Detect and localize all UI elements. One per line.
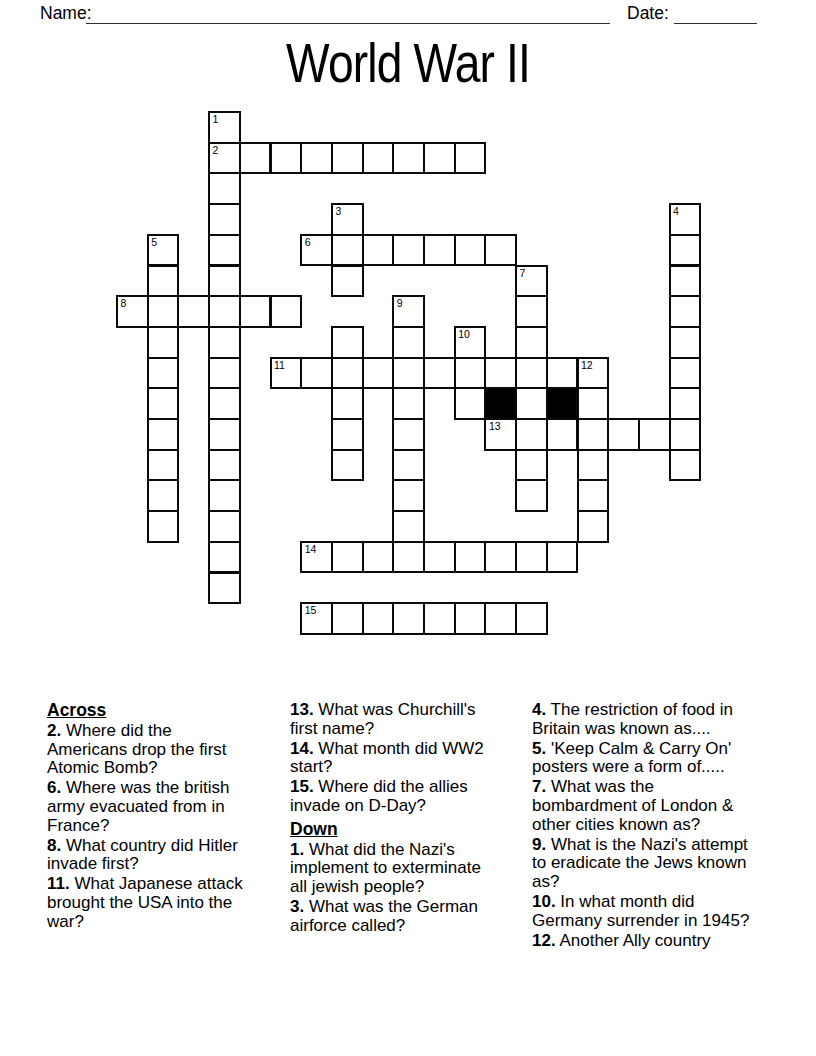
- cell-r4c12[interactable]: [484, 234, 517, 267]
- cell-r8c3[interactable]: [208, 357, 241, 390]
- cell-r5c1[interactable]: [147, 265, 180, 298]
- cell-r7c11[interactable]: 10: [454, 326, 487, 359]
- cell-r16c11[interactable]: [454, 602, 487, 635]
- cell-r8c18[interactable]: [669, 357, 702, 390]
- cell-r4c3[interactable]: [208, 234, 241, 267]
- clue-number: 14.: [290, 739, 314, 758]
- clue-text: The restriction of food in Britain was k…: [532, 700, 733, 738]
- cell-r10c16[interactable]: [607, 418, 640, 451]
- clue-text: What was Churchill's first name?: [290, 700, 476, 738]
- cell-r3c18[interactable]: 4: [669, 203, 702, 236]
- cell-r4c18[interactable]: [669, 234, 702, 267]
- cell-r7c7[interactable]: [331, 326, 364, 359]
- cell-r10c1[interactable]: [147, 418, 180, 451]
- cell-r12c1[interactable]: [147, 479, 180, 512]
- cell-number-14: 14: [305, 543, 317, 556]
- cell-r4c9[interactable]: [392, 234, 425, 267]
- name-fill-line[interactable]: [86, 23, 610, 24]
- cell-r8c10[interactable]: [423, 357, 456, 390]
- cell-r6c5[interactable]: [270, 295, 303, 328]
- clue-13: 13. What was Churchill's first name?: [290, 701, 502, 738]
- clue-column-1: Across2. Where did the Americans drop th…: [47, 701, 249, 933]
- cell-r11c13[interactable]: [515, 449, 548, 482]
- clue-text: What was the German airforce called?: [290, 897, 478, 935]
- cell-r1c10[interactable]: [423, 142, 456, 175]
- clues-header-across: Across: [47, 701, 249, 720]
- clue-column-2: 13. What was Churchill's first name?14. …: [290, 701, 502, 937]
- clue-15: 15. Where did the allies invade on D-Day…: [290, 778, 502, 815]
- cell-r4c11[interactable]: [454, 234, 487, 267]
- cell-r8c1[interactable]: [147, 357, 180, 390]
- cell-number-7: 7: [520, 267, 526, 280]
- cell-r1c4[interactable]: [239, 142, 272, 175]
- clue-text: In what month did Germany surrender in 1…: [532, 892, 749, 930]
- cell-r6c9[interactable]: 9: [392, 295, 425, 328]
- cell-r8c15[interactable]: 12: [577, 357, 610, 390]
- clue-column-3: 4. The restriction of food in Britain wa…: [532, 701, 754, 952]
- cell-r14c12[interactable]: [484, 541, 517, 574]
- clue-14: 14. What month did WW2 start?: [290, 740, 502, 777]
- cell-r1c6[interactable]: [300, 142, 333, 175]
- cell-r7c18[interactable]: [669, 326, 702, 359]
- clue-number: 8.: [47, 836, 61, 855]
- cell-r8c14[interactable]: [546, 357, 579, 390]
- clue-text: What was the bombardment of London & oth…: [532, 777, 733, 833]
- clue-text: Another Ally country: [556, 931, 711, 950]
- cell-r10c7[interactable]: [331, 418, 364, 451]
- cell-number-12: 12: [581, 359, 593, 372]
- cell-r8c13[interactable]: [515, 357, 548, 390]
- cell-r5c7[interactable]: [331, 265, 364, 298]
- black-cell-r9c12: [484, 387, 517, 420]
- clue-text: 'Keep Calm & Carry On' posters were a fo…: [532, 739, 731, 777]
- clue-number: 13.: [290, 700, 314, 719]
- name-label: Name:: [40, 3, 92, 24]
- cell-number-3: 3: [335, 205, 341, 218]
- cell-r3c7[interactable]: 3: [331, 203, 364, 236]
- cell-number-5: 5: [151, 236, 157, 249]
- cell-r9c11[interactable]: [454, 387, 487, 420]
- cell-r14c11[interactable]: [454, 541, 487, 574]
- cell-r9c9[interactable]: [392, 387, 425, 420]
- cell-number-9: 9: [397, 297, 403, 310]
- cell-r5c13[interactable]: 7: [515, 265, 548, 298]
- cell-number-13: 13: [489, 420, 501, 433]
- clue-3: 3. What was the German airforce called?: [290, 898, 502, 935]
- cell-number-8: 8: [121, 297, 127, 310]
- cell-r10c17[interactable]: [638, 418, 671, 451]
- cell-r1c5[interactable]: [270, 142, 303, 175]
- cell-r10c12[interactable]: 13: [484, 418, 517, 451]
- clue-number: 7.: [532, 777, 546, 796]
- cell-r16c10[interactable]: [423, 602, 456, 635]
- clue-number: 3.: [290, 897, 304, 916]
- clue-number: 5.: [532, 739, 546, 758]
- clue-text: Where was the british army evacuated fro…: [47, 778, 229, 834]
- clue-number: 9.: [532, 835, 546, 854]
- cell-r16c13[interactable]: [515, 602, 548, 635]
- clue-number: 6.: [47, 778, 61, 797]
- cell-r15c3[interactable]: [208, 572, 241, 605]
- cell-r9c1[interactable]: [147, 387, 180, 420]
- cell-r6c13[interactable]: [515, 295, 548, 328]
- cell-r7c9[interactable]: [392, 326, 425, 359]
- cell-r13c9[interactable]: [392, 510, 425, 543]
- cell-r16c12[interactable]: [484, 602, 517, 635]
- cell-r1c7[interactable]: [331, 142, 364, 175]
- clue-number: 11.: [47, 874, 70, 893]
- cell-r14c7[interactable]: [331, 541, 364, 574]
- cell-number-4: 4: [673, 205, 679, 218]
- cell-r12c3[interactable]: [208, 479, 241, 512]
- cell-r4c10[interactable]: [423, 234, 456, 267]
- cell-r8c9[interactable]: [392, 357, 425, 390]
- cell-r10c9[interactable]: [392, 418, 425, 451]
- cell-r5c3[interactable]: [208, 265, 241, 298]
- cell-r12c15[interactable]: [577, 479, 610, 512]
- cell-r16c8[interactable]: [362, 602, 395, 635]
- clue-text: Where did the Americans drop the first A…: [47, 721, 227, 777]
- cell-r11c3[interactable]: [208, 449, 241, 482]
- clue-8: 8. What country did Hitler invade first?: [47, 837, 249, 874]
- cell-r10c18[interactable]: [669, 418, 702, 451]
- cell-r8c12[interactable]: [484, 357, 517, 390]
- cell-r7c3[interactable]: [208, 326, 241, 359]
- cell-r12c9[interactable]: [392, 479, 425, 512]
- clue-1: 1. What did the Nazi's implement to exte…: [290, 841, 502, 897]
- cell-r13c1[interactable]: [147, 510, 180, 543]
- clue-10: 10. In what month did Germany surrender …: [532, 893, 754, 930]
- cell-r13c15[interactable]: [577, 510, 610, 543]
- clue-text: What is the Nazi's attempt to eradicate …: [532, 835, 748, 891]
- clue-text: What Japanese attack brought the USA int…: [47, 874, 243, 930]
- cell-number-6: 6: [305, 236, 311, 249]
- cell-r16c6[interactable]: 15: [300, 602, 333, 635]
- cell-r9c3[interactable]: [208, 387, 241, 420]
- cell-r7c13[interactable]: [515, 326, 548, 359]
- clue-9: 9. What is the Nazi's attempt to eradica…: [532, 836, 754, 892]
- clue-number: 4.: [532, 700, 546, 719]
- cell-r14c9[interactable]: [392, 541, 425, 574]
- cell-r11c7[interactable]: [331, 449, 364, 482]
- clue-number: 10.: [532, 892, 556, 911]
- cell-r8c11[interactable]: [454, 357, 487, 390]
- cell-r14c13[interactable]: [515, 541, 548, 574]
- cell-r9c7[interactable]: [331, 387, 364, 420]
- clue-5: 5. 'Keep Calm & Carry On' posters were a…: [532, 740, 754, 777]
- cell-number-2: 2: [213, 144, 219, 157]
- clue-6: 6. Where was the british army evacuated …: [47, 779, 249, 835]
- cell-r1c3[interactable]: 2: [208, 142, 241, 175]
- cell-r14c3[interactable]: [208, 541, 241, 574]
- clue-12: 12. Another Ally country: [532, 932, 754, 951]
- cell-r6c2[interactable]: [177, 295, 210, 328]
- clue-number: 15.: [290, 777, 314, 796]
- cell-number-15: 15: [305, 604, 317, 617]
- cell-r8c6[interactable]: [300, 357, 333, 390]
- page-title: World War II: [65, 33, 750, 93]
- cell-r6c0[interactable]: 8: [116, 295, 149, 328]
- cell-r8c8[interactable]: [362, 357, 395, 390]
- cell-r4c8[interactable]: [362, 234, 395, 267]
- date-label: Date:: [627, 3, 669, 24]
- cell-r6c1[interactable]: [147, 295, 180, 328]
- cell-r5c18[interactable]: [669, 265, 702, 298]
- cell-r14c6[interactable]: 14: [300, 541, 333, 574]
- clue-number: 12.: [532, 931, 556, 950]
- cell-r7c1[interactable]: [147, 326, 180, 359]
- cell-r10c14[interactable]: [546, 418, 579, 451]
- cell-r9c18[interactable]: [669, 387, 702, 420]
- cell-r8c7[interactable]: [331, 357, 364, 390]
- cell-number-11: 11: [274, 359, 285, 372]
- clue-4: 4. The restriction of food in Britain wa…: [532, 701, 754, 738]
- cell-r10c15[interactable]: [577, 418, 610, 451]
- clue-11: 11. What Japanese attack brought the USA…: [47, 875, 249, 931]
- clues-header-down: Down: [290, 820, 502, 839]
- cell-r3c3[interactable]: [208, 203, 241, 236]
- cell-r10c13[interactable]: [515, 418, 548, 451]
- cell-r8c5[interactable]: 11: [270, 357, 303, 390]
- worksheet-page: Name: Date: World War II 123456789101112…: [0, 0, 816, 1056]
- cell-r14c14[interactable]: [546, 541, 579, 574]
- cell-r12c13[interactable]: [515, 479, 548, 512]
- cell-r11c1[interactable]: [147, 449, 180, 482]
- cell-r4c6[interactable]: 6: [300, 234, 333, 267]
- clue-text: Where did the allies invade on D-Day?: [290, 777, 468, 815]
- cell-r1c8[interactable]: [362, 142, 395, 175]
- clue-number: 2.: [47, 721, 61, 740]
- cell-r9c15[interactable]: [577, 387, 610, 420]
- cell-number-1: 1: [213, 113, 219, 126]
- crossword-grid: 123456789101112131415: [116, 111, 702, 636]
- cell-r11c18[interactable]: [669, 449, 702, 482]
- cell-r1c11[interactable]: [454, 142, 487, 175]
- cell-r2c3[interactable]: [208, 172, 241, 205]
- clue-2: 2. Where did the Americans drop the firs…: [47, 722, 249, 778]
- cell-number-10: 10: [458, 328, 470, 341]
- cell-r9c13[interactable]: [515, 387, 548, 420]
- cell-r11c15[interactable]: [577, 449, 610, 482]
- cell-r11c9[interactable]: [392, 449, 425, 482]
- cell-r6c18[interactable]: [669, 295, 702, 328]
- cell-r1c9[interactable]: [392, 142, 425, 175]
- clue-number: 1.: [290, 840, 304, 859]
- cell-r13c3[interactable]: [208, 510, 241, 543]
- cell-r6c3[interactable]: [208, 295, 241, 328]
- cell-r10c3[interactable]: [208, 418, 241, 451]
- clue-text: What did the Nazi's implement to extermi…: [290, 840, 481, 896]
- cell-r4c7[interactable]: [331, 234, 364, 267]
- black-cell-r9c14: [546, 387, 579, 420]
- cell-r6c4[interactable]: [239, 295, 272, 328]
- cell-r4c1[interactable]: 5: [147, 234, 180, 267]
- clue-text: What month did WW2 start?: [290, 739, 484, 777]
- clue-text: What country did Hitler invade first?: [47, 836, 238, 874]
- date-fill-line[interactable]: [674, 23, 757, 24]
- cell-r16c7[interactable]: [331, 602, 364, 635]
- cell-r0c3[interactable]: 1: [208, 111, 241, 144]
- cell-r14c8[interactable]: [362, 541, 395, 574]
- cell-r16c9[interactable]: [392, 602, 425, 635]
- clue-7: 7. What was the bombardment of London & …: [532, 778, 754, 834]
- cell-r14c10[interactable]: [423, 541, 456, 574]
